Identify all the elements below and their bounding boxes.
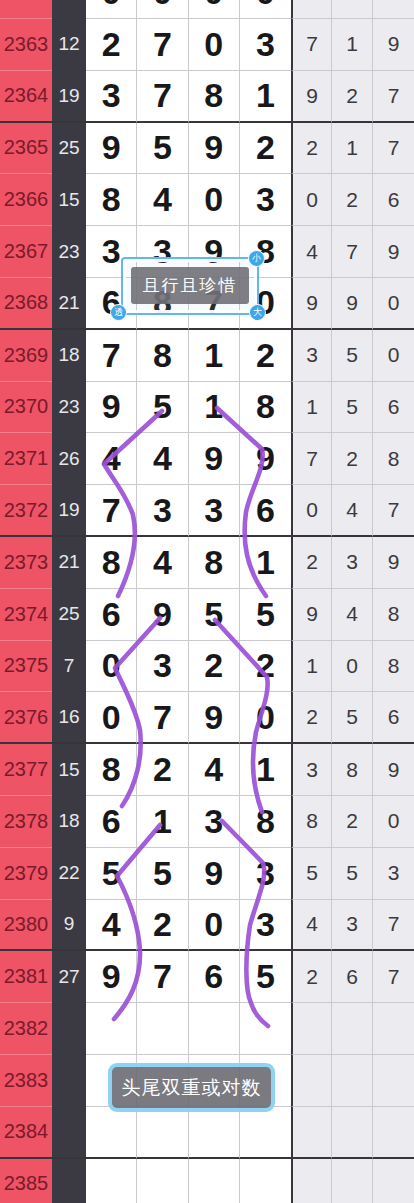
- main-digit-cell: 4: [86, 433, 137, 485]
- draw-row-2384: 2384: [0, 1107, 414, 1159]
- sum-cell: 25: [52, 123, 86, 175]
- draw-row-2381: 2381279765267: [0, 951, 414, 1003]
- sum-cell: [52, 1055, 86, 1107]
- sum-cell: 19: [52, 485, 86, 537]
- tail-digit-cell: 1: [332, 123, 373, 175]
- tail-digit-cell: 8: [373, 641, 414, 693]
- draw-row-2382: 2382: [0, 1003, 414, 1055]
- period-cell: 2369: [0, 330, 52, 382]
- period-cell: 2372: [0, 485, 52, 537]
- tail-digit-cell: 3: [373, 848, 414, 900]
- tail-digit-cell: [373, 1107, 414, 1159]
- main-digit-cell: 0: [240, 0, 291, 19]
- period-cell: 2383: [0, 1055, 52, 1107]
- tail-digit-cell: 2: [291, 951, 332, 1003]
- main-digit-cell: 2: [240, 330, 291, 382]
- main-digit-cell: 6: [189, 951, 240, 1003]
- main-digit-cell: 7: [86, 485, 137, 537]
- tail-digit-cell: 8: [373, 433, 414, 485]
- sum-cell: 23: [52, 382, 86, 434]
- tail-digit-cell: [291, 1003, 332, 1055]
- draw-row-2379: 2379225593553: [0, 848, 414, 900]
- main-digit-cell: 3: [189, 485, 240, 537]
- main-digit-cell: 7: [137, 19, 188, 71]
- draw-row-2366: 2366158403026: [0, 174, 414, 226]
- main-digit-cell: 3: [137, 641, 188, 693]
- main-digit-cell: 3: [240, 174, 291, 226]
- tail-digit-cell: 7: [373, 485, 414, 537]
- main-digit-cell: 0: [189, 19, 240, 71]
- main-digit-cell: 2: [137, 900, 188, 952]
- annotation-box-selected[interactable]: 且行且珍惜 小 大 透: [121, 257, 259, 315]
- main-digit-cell: [240, 1107, 291, 1159]
- main-digit-cell: 4: [137, 433, 188, 485]
- main-digit-cell: 7: [86, 330, 137, 382]
- period-cell: 2378: [0, 796, 52, 848]
- tail-digit-cell: 1: [332, 0, 373, 19]
- main-digit-cell: 5: [137, 123, 188, 175]
- tail-digit-cell: 0: [373, 278, 414, 330]
- period-cell: 2370: [0, 382, 52, 434]
- main-digit-cell: 3: [240, 848, 291, 900]
- tail-digit-cell: 0: [373, 796, 414, 848]
- tail-digit-cell: 5: [332, 692, 373, 744]
- main-digit-cell: [189, 1003, 240, 1055]
- main-digit-cell: 9: [86, 382, 137, 434]
- tail-digit-cell: 9: [373, 537, 414, 589]
- period-cell: 2377: [0, 744, 52, 796]
- main-digit-cell: 0: [240, 692, 291, 744]
- tail-digit-cell: 1: [332, 19, 373, 71]
- main-digit-cell: [240, 1159, 291, 1203]
- tail-digit-cell: 9: [291, 589, 332, 641]
- tail-digit-cell: 1: [291, 0, 332, 19]
- draw-row-2377: 2377158241389: [0, 744, 414, 796]
- period-cell: 2371: [0, 433, 52, 485]
- tail-digit-cell: 7: [373, 71, 414, 123]
- sum-cell: 15: [52, 174, 86, 226]
- main-digit-cell: 5: [240, 951, 291, 1003]
- sum-cell: [52, 1159, 86, 1203]
- sum-cell: [52, 1003, 86, 1055]
- main-digit-cell: [137, 1107, 188, 1159]
- main-digit-cell: 3: [240, 900, 291, 952]
- main-digit-cell: 9: [240, 433, 291, 485]
- main-digit-cell: [189, 1159, 240, 1203]
- main-digit-cell: 4: [189, 744, 240, 796]
- main-digit-cell: 8: [86, 744, 137, 796]
- main-digit-cell: 8: [86, 174, 137, 226]
- main-digit-cell: 8: [137, 330, 188, 382]
- tail-digit-cell: 4: [332, 589, 373, 641]
- shrink-handle[interactable]: 小: [248, 250, 265, 267]
- tail-digit-cell: [332, 1003, 373, 1055]
- tail-digit-cell: 0: [291, 485, 332, 537]
- sum-cell: 9: [52, 900, 86, 952]
- main-digit-cell: 1: [189, 330, 240, 382]
- main-digit-cell: [86, 1159, 137, 1203]
- period-cell: 2380: [0, 900, 52, 952]
- main-digit-cell: 0: [86, 692, 137, 744]
- tail-digit-cell: 2: [291, 537, 332, 589]
- main-digit-cell: 8: [240, 382, 291, 434]
- tail-digit-cell: 9: [373, 19, 414, 71]
- tail-digit-cell: 2: [332, 71, 373, 123]
- main-digit-cell: 6: [86, 796, 137, 848]
- period-cell: 2373: [0, 537, 52, 589]
- main-digit-cell: 9: [189, 692, 240, 744]
- tail-digit-cell: 7: [373, 900, 414, 952]
- tail-digit-cell: 9: [373, 744, 414, 796]
- tail-digit-cell: [291, 1107, 332, 1159]
- main-digit-cell: 8: [86, 537, 137, 589]
- tail-digit-cell: 4: [332, 485, 373, 537]
- main-digit-cell: 4: [137, 174, 188, 226]
- tail-digit-cell: 5: [291, 848, 332, 900]
- tail-digit-cell: 3: [291, 744, 332, 796]
- main-digit-cell: 0: [86, 0, 137, 19]
- period-cell: 2376: [0, 692, 52, 744]
- tail-digit-cell: 9: [332, 278, 373, 330]
- main-digit-cell: [189, 1107, 240, 1159]
- main-digit-cell: [86, 1003, 137, 1055]
- tail-digit-cell: 5: [332, 848, 373, 900]
- tail-digit-cell: 5: [332, 382, 373, 434]
- sum-cell: [52, 1107, 86, 1159]
- tail-digit-cell: 5: [332, 330, 373, 382]
- draw-row-2380: 238094203437: [0, 900, 414, 952]
- main-digit-cell: [137, 1159, 188, 1203]
- main-digit-cell: 2: [137, 744, 188, 796]
- tail-digit-cell: 8: [291, 796, 332, 848]
- main-digit-cell: 7: [137, 692, 188, 744]
- tail-digit-cell: 9: [291, 278, 332, 330]
- tail-digit-cell: 1: [291, 382, 332, 434]
- period-cell: 2365: [0, 123, 52, 175]
- tail-digit-cell: 0: [291, 174, 332, 226]
- main-digit-cell: [137, 1003, 188, 1055]
- main-digit-cell: 5: [240, 589, 291, 641]
- draw-row-2378: 2378186138820: [0, 796, 414, 848]
- sum-cell: 7: [52, 641, 86, 693]
- tail-digit-cell: [291, 1055, 332, 1107]
- tail-digit-cell: 2: [332, 796, 373, 848]
- main-digit-cell: 2: [240, 641, 291, 693]
- annotation-box[interactable]: 头尾双重或对数: [108, 1063, 275, 1112]
- main-digit-cell: 8: [189, 537, 240, 589]
- tail-digit-cell: 6: [373, 174, 414, 226]
- sum-cell: 18: [52, 330, 86, 382]
- main-digit-cell: 0: [189, 0, 240, 19]
- tail-digit-cell: 7: [373, 951, 414, 1003]
- draw-row-2385: 2385: [0, 1159, 414, 1203]
- main-digit-cell: 9: [137, 589, 188, 641]
- draw-row-2376: 2376160790256: [0, 692, 414, 744]
- draw-row-2373: 2373218481239: [0, 537, 414, 589]
- main-digit-cell: 9: [189, 123, 240, 175]
- sum-cell: 22: [52, 848, 86, 900]
- tail-digit-cell: [373, 1003, 414, 1055]
- period-cell: 2363: [0, 19, 52, 71]
- main-digit-cell: 5: [86, 848, 137, 900]
- tail-digit-cell: 0: [332, 641, 373, 693]
- period-cell: 2382: [0, 1003, 52, 1055]
- period-cell: 2366: [0, 174, 52, 226]
- tail-digit-cell: 1: [291, 641, 332, 693]
- tail-digit-cell: 2: [291, 692, 332, 744]
- main-digit-cell: 3: [189, 796, 240, 848]
- main-digit-cell: 7: [137, 71, 188, 123]
- tail-digit-cell: 3: [291, 330, 332, 382]
- tail-digit-cell: 6: [373, 692, 414, 744]
- main-digit-cell: 8: [240, 796, 291, 848]
- draw-row-2363: 2363122703719: [0, 19, 414, 71]
- main-digit-cell: 0: [189, 900, 240, 952]
- main-digit-cell: 3: [240, 19, 291, 71]
- main-digit-cell: [240, 1003, 291, 1055]
- main-digit-cell: 5: [137, 848, 188, 900]
- period-cell: 2367: [0, 226, 52, 278]
- main-digit-cell: 0: [189, 174, 240, 226]
- tail-digit-cell: 4: [291, 900, 332, 952]
- tail-digit-cell: 7: [291, 433, 332, 485]
- tail-digit-cell: 0: [373, 330, 414, 382]
- period-cell: 2362: [0, 0, 52, 19]
- enlarge-handle[interactable]: 大: [249, 304, 266, 321]
- draw-row-2372: 2372197336047: [0, 485, 414, 537]
- main-digit-cell: 9: [86, 123, 137, 175]
- sum-cell: 21: [52, 537, 86, 589]
- draw-row-2364: 2364193781927: [0, 71, 414, 123]
- main-digit-cell: 4: [137, 537, 188, 589]
- tail-digit-cell: [332, 1159, 373, 1203]
- tail-digit-cell: 7: [373, 123, 414, 175]
- tail-digit-cell: 9: [373, 226, 414, 278]
- tail-digit-cell: 6: [373, 382, 414, 434]
- tail-digit-cell: 3: [332, 900, 373, 952]
- main-digit-cell: 6: [86, 589, 137, 641]
- sum-cell: 16: [52, 692, 86, 744]
- main-digit-cell: 9: [189, 848, 240, 900]
- main-digit-cell: 1: [137, 796, 188, 848]
- main-digit-cell: [86, 1107, 137, 1159]
- tail-digit-cell: [332, 1055, 373, 1107]
- draw-row-2369: 2369187812350: [0, 330, 414, 382]
- tail-digit-cell: 2: [332, 433, 373, 485]
- tail-digit-cell: 8: [332, 744, 373, 796]
- main-digit-cell: 6: [240, 485, 291, 537]
- tail-digit-cell: 4: [291, 226, 332, 278]
- period-cell: 2374: [0, 589, 52, 641]
- main-digit-cell: 1: [240, 744, 291, 796]
- main-digit-cell: 0: [86, 641, 137, 693]
- main-digit-cell: 7: [137, 951, 188, 1003]
- main-digit-cell: 8: [189, 71, 240, 123]
- period-cell: 2375: [0, 641, 52, 693]
- tail-digit-cell: 7: [291, 19, 332, 71]
- tail-digit-cell: [373, 1159, 414, 1203]
- main-digit-cell: 3: [86, 71, 137, 123]
- tail-digit-cell: [373, 1055, 414, 1107]
- draw-row-2374: 2374256955948: [0, 589, 414, 641]
- draw-row-2375: 237570322108: [0, 641, 414, 693]
- tail-digit-cell: [291, 1159, 332, 1203]
- tail-digit-cell: 2: [332, 174, 373, 226]
- period-cell: 2364: [0, 71, 52, 123]
- trend-chart-table: 2362210000111236312270371923641937819272…: [0, 0, 414, 1203]
- draw-row-2370: 2370239518156: [0, 382, 414, 434]
- tail-digit-cell: 8: [373, 589, 414, 641]
- sum-cell: 25: [52, 589, 86, 641]
- main-digit-cell: 2: [189, 641, 240, 693]
- main-digit-cell: 1: [189, 382, 240, 434]
- main-digit-cell: 1: [240, 537, 291, 589]
- sum-cell: 12: [52, 19, 86, 71]
- sum-cell: 27: [52, 951, 86, 1003]
- period-cell: 2368: [0, 278, 52, 330]
- sum-cell: 21: [52, 0, 86, 19]
- transparency-handle[interactable]: 透: [110, 304, 127, 321]
- sum-cell: 19: [52, 71, 86, 123]
- period-cell: 2381: [0, 951, 52, 1003]
- annotation-text: 且行且珍惜: [131, 267, 249, 304]
- tail-digit-cell: 7: [332, 226, 373, 278]
- main-digit-cell: 1: [240, 71, 291, 123]
- sum-cell: 23: [52, 226, 86, 278]
- period-cell: 2384: [0, 1107, 52, 1159]
- main-digit-cell: 4: [86, 900, 137, 952]
- draw-row-2371: 2371264499728: [0, 433, 414, 485]
- sum-cell: 15: [52, 744, 86, 796]
- main-digit-cell: 2: [86, 19, 137, 71]
- period-cell: 2385: [0, 1159, 52, 1203]
- sum-cell: 18: [52, 796, 86, 848]
- main-digit-cell: 5: [137, 382, 188, 434]
- tail-digit-cell: 2: [291, 123, 332, 175]
- main-digit-cell: 3: [137, 485, 188, 537]
- sum-cell: 21: [52, 278, 86, 330]
- draw-row-2365: 2365259592217: [0, 123, 414, 175]
- draw-row-2362: 2362210000111: [0, 0, 414, 19]
- main-digit-cell: 9: [189, 433, 240, 485]
- main-digit-cell: 2: [240, 123, 291, 175]
- main-digit-cell: 5: [189, 589, 240, 641]
- tail-digit-cell: 3: [332, 537, 373, 589]
- tail-digit-cell: [332, 1107, 373, 1159]
- main-digit-cell: 9: [86, 951, 137, 1003]
- tail-digit-cell: 6: [332, 951, 373, 1003]
- main-digit-cell: 0: [137, 0, 188, 19]
- tail-digit-cell: 9: [291, 71, 332, 123]
- sum-cell: 26: [52, 433, 86, 485]
- period-cell: 2379: [0, 848, 52, 900]
- tail-digit-cell: 1: [373, 0, 414, 19]
